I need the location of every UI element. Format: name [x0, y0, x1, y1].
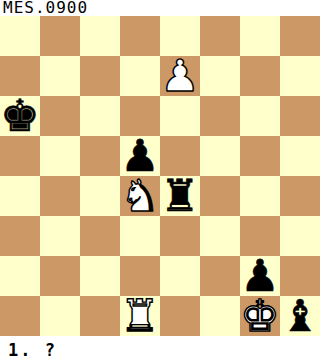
piece-white-king: ♚	[240, 296, 279, 336]
square-h5[interactable]	[280, 136, 320, 176]
square-a5[interactable]	[0, 136, 40, 176]
square-g1[interactable]: ♚	[240, 296, 280, 336]
square-f8[interactable]	[200, 16, 240, 56]
square-h6[interactable]	[280, 96, 320, 136]
square-c5[interactable]	[80, 136, 120, 176]
square-h3[interactable]	[280, 216, 320, 256]
square-f4[interactable]	[200, 176, 240, 216]
square-a3[interactable]	[0, 216, 40, 256]
square-g7[interactable]	[240, 56, 280, 96]
square-a1[interactable]	[0, 296, 40, 336]
piece-white-rook: ♜	[120, 296, 159, 336]
square-c6[interactable]	[80, 96, 120, 136]
square-f2[interactable]	[200, 256, 240, 296]
square-c7[interactable]	[80, 56, 120, 96]
square-b5[interactable]	[40, 136, 80, 176]
square-d7[interactable]	[120, 56, 160, 96]
square-e2[interactable]	[160, 256, 200, 296]
square-b6[interactable]	[40, 96, 80, 136]
square-c2[interactable]	[80, 256, 120, 296]
square-h4[interactable]	[280, 176, 320, 216]
square-b2[interactable]	[40, 256, 80, 296]
piece-black-bishop: ♝	[280, 296, 319, 336]
diagram-title: MES.0900	[0, 0, 320, 16]
square-e4[interactable]: ♜	[160, 176, 200, 216]
square-f3[interactable]	[200, 216, 240, 256]
square-d8[interactable]	[120, 16, 160, 56]
square-c3[interactable]	[80, 216, 120, 256]
square-e7[interactable]: ♟	[160, 56, 200, 96]
square-g6[interactable]	[240, 96, 280, 136]
piece-black-rook: ♜	[160, 176, 199, 216]
square-f7[interactable]	[200, 56, 240, 96]
square-g4[interactable]	[240, 176, 280, 216]
square-b8[interactable]	[40, 16, 80, 56]
piece-white-pawn: ♟	[160, 56, 199, 96]
square-d1[interactable]: ♜	[120, 296, 160, 336]
square-a4[interactable]	[0, 176, 40, 216]
square-a8[interactable]	[0, 16, 40, 56]
square-c8[interactable]	[80, 16, 120, 56]
square-h1[interactable]: ♝	[280, 296, 320, 336]
square-h8[interactable]	[280, 16, 320, 56]
piece-white-knight: ♞	[120, 176, 159, 216]
square-c1[interactable]	[80, 296, 120, 336]
square-g5[interactable]	[240, 136, 280, 176]
square-g8[interactable]	[240, 16, 280, 56]
square-d3[interactable]	[120, 216, 160, 256]
square-f6[interactable]	[200, 96, 240, 136]
square-a2[interactable]	[0, 256, 40, 296]
square-e3[interactable]	[160, 216, 200, 256]
square-f1[interactable]	[200, 296, 240, 336]
square-e1[interactable]	[160, 296, 200, 336]
square-e6[interactable]	[160, 96, 200, 136]
square-b7[interactable]	[40, 56, 80, 96]
square-f5[interactable]	[200, 136, 240, 176]
square-a6[interactable]: ♚	[0, 96, 40, 136]
square-b1[interactable]	[40, 296, 80, 336]
chess-board: ♟♚♟♞♜♟♜♚♝	[0, 16, 320, 336]
square-c4[interactable]	[80, 176, 120, 216]
square-d4[interactable]: ♞	[120, 176, 160, 216]
square-h7[interactable]	[280, 56, 320, 96]
square-b4[interactable]	[40, 176, 80, 216]
piece-black-king: ♚	[0, 96, 39, 136]
square-b3[interactable]	[40, 216, 80, 256]
